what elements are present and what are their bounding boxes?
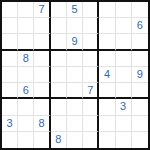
cell-r2c7[interactable] [99, 18, 115, 34]
cell-r4c9[interactable] [132, 51, 148, 67]
cell-r3c9[interactable] [132, 34, 148, 50]
cell-r5c6[interactable] [83, 67, 99, 83]
cell-r6c3[interactable] [34, 83, 50, 99]
cell-r6c6[interactable]: 7 [83, 83, 99, 99]
cell-r1c8[interactable] [116, 2, 132, 18]
cell-r1c4[interactable] [51, 2, 67, 18]
cell-r7c5[interactable] [67, 99, 83, 115]
cell-r7c4[interactable] [51, 99, 67, 115]
cell-r5c1[interactable] [2, 67, 18, 83]
cell-r2c9[interactable]: 6 [132, 18, 148, 34]
cell-r2c2[interactable] [18, 18, 34, 34]
cell-r7c2[interactable] [18, 99, 34, 115]
cell-r7c9[interactable] [132, 99, 148, 115]
cell-r8c3[interactable]: 8 [34, 116, 50, 132]
cell-r4c8[interactable] [116, 51, 132, 67]
cell-r6c7[interactable] [99, 83, 115, 99]
cell-r7c3[interactable] [34, 99, 50, 115]
cell-r4c2[interactable]: 8 [18, 51, 34, 67]
cell-r2c3[interactable] [34, 18, 50, 34]
given-digit: 7 [38, 4, 44, 15]
cell-r6c4[interactable] [51, 83, 67, 99]
cell-r5c5[interactable] [67, 67, 83, 83]
cell-r5c2[interactable] [18, 67, 34, 83]
cell-r3c2[interactable] [18, 34, 34, 50]
cell-r3c4[interactable] [51, 34, 67, 50]
cell-r8c5[interactable] [67, 116, 83, 132]
given-digit: 9 [137, 69, 143, 80]
sudoku-board: 7569849673388 [0, 0, 150, 150]
given-digit: 3 [7, 118, 13, 129]
cell-r4c1[interactable] [2, 51, 18, 67]
cell-r9c4[interactable]: 8 [51, 132, 67, 148]
given-digit: 6 [137, 20, 143, 31]
cell-r3c3[interactable] [34, 34, 50, 50]
cell-r6c1[interactable] [2, 83, 18, 99]
cell-r6c9[interactable] [132, 83, 148, 99]
cell-r4c5[interactable] [67, 51, 83, 67]
cell-r7c7[interactable] [99, 99, 115, 115]
cell-r1c7[interactable] [99, 2, 115, 18]
cell-r1c6[interactable] [83, 2, 99, 18]
cell-r5c3[interactable] [34, 67, 50, 83]
cell-r9c2[interactable] [18, 132, 34, 148]
cell-r8c1[interactable]: 3 [2, 116, 18, 132]
cell-r8c2[interactable] [18, 116, 34, 132]
cell-r9c3[interactable] [34, 132, 50, 148]
given-digit: 9 [71, 36, 77, 47]
cell-r2c5[interactable] [67, 18, 83, 34]
cell-r2c6[interactable] [83, 18, 99, 34]
cell-r1c2[interactable] [18, 2, 34, 18]
cell-r3c8[interactable] [116, 34, 132, 50]
given-digit: 3 [120, 101, 126, 112]
cell-r4c4[interactable] [51, 51, 67, 67]
cell-r3c5[interactable]: 9 [67, 34, 83, 50]
cell-r9c8[interactable] [116, 132, 132, 148]
cell-r2c8[interactable] [116, 18, 132, 34]
given-digit: 7 [87, 85, 93, 96]
cell-r4c3[interactable] [34, 51, 50, 67]
cell-r9c9[interactable] [132, 132, 148, 148]
cell-r7c8[interactable]: 3 [116, 99, 132, 115]
cell-r1c1[interactable] [2, 2, 18, 18]
cell-r4c6[interactable] [83, 51, 99, 67]
cell-r8c6[interactable] [83, 116, 99, 132]
cell-r8c7[interactable] [99, 116, 115, 132]
cell-r7c6[interactable] [83, 99, 99, 115]
cell-r9c6[interactable] [83, 132, 99, 148]
cell-r5c7[interactable]: 4 [99, 67, 115, 83]
cell-r8c8[interactable] [116, 116, 132, 132]
cell-r5c9[interactable]: 9 [132, 67, 148, 83]
cell-r8c9[interactable] [132, 116, 148, 132]
given-digit: 4 [104, 69, 110, 80]
cell-r2c4[interactable] [51, 18, 67, 34]
cell-r1c9[interactable] [132, 2, 148, 18]
cell-r3c7[interactable] [99, 34, 115, 50]
given-digit: 5 [71, 4, 77, 15]
cell-r3c1[interactable] [2, 34, 18, 50]
given-digit: 8 [23, 53, 29, 64]
cell-r9c5[interactable] [67, 132, 83, 148]
given-digit: 6 [23, 85, 29, 96]
cell-r1c3[interactable]: 7 [34, 2, 50, 18]
cell-r3c6[interactable] [83, 34, 99, 50]
cell-r9c1[interactable] [2, 132, 18, 148]
cell-r7c1[interactable] [2, 99, 18, 115]
cell-r6c2[interactable]: 6 [18, 83, 34, 99]
cell-r6c5[interactable] [67, 83, 83, 99]
cell-r5c4[interactable] [51, 67, 67, 83]
cell-r5c8[interactable] [116, 67, 132, 83]
cell-r9c7[interactable] [99, 132, 115, 148]
given-digit: 8 [38, 118, 44, 129]
cell-r8c4[interactable] [51, 116, 67, 132]
cell-r1c5[interactable]: 5 [67, 2, 83, 18]
cell-r2c1[interactable] [2, 18, 18, 34]
cell-r4c7[interactable] [99, 51, 115, 67]
cell-r6c8[interactable] [116, 83, 132, 99]
given-digit: 8 [55, 134, 61, 145]
